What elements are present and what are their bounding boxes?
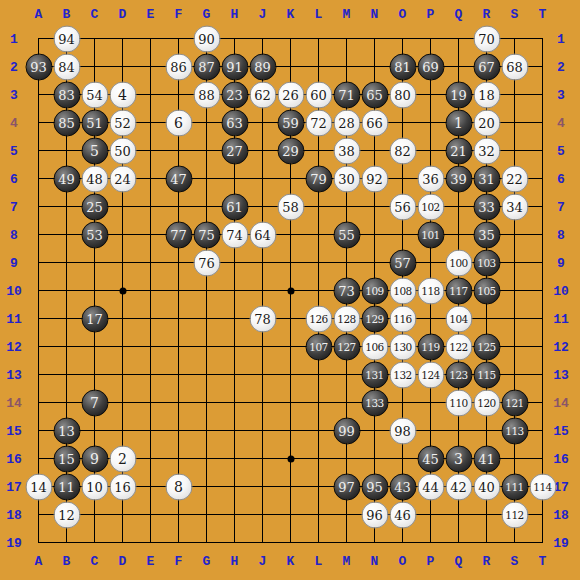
stone-move-number: 103 <box>477 257 496 268</box>
stone-white-132[interactable]: 132 <box>389 361 416 388</box>
stone-white-48[interactable]: 48 <box>81 165 108 192</box>
stone-move-number: 82 <box>394 144 411 157</box>
stone-move-number: 83 <box>58 88 75 101</box>
column-label-bottom-D: D <box>119 554 127 569</box>
stone-black-25[interactable]: 25 <box>81 193 108 220</box>
column-label-top-H: H <box>231 7 239 22</box>
stone-move-number: 94 <box>58 32 75 45</box>
stone-white-44[interactable]: 44 <box>417 473 444 500</box>
stone-black-121[interactable]: 121 <box>501 389 528 416</box>
stone-white-30[interactable]: 30 <box>333 165 360 192</box>
stone-white-100[interactable]: 100 <box>445 249 472 276</box>
stone-move-number: 71 <box>338 88 355 101</box>
stone-black-35[interactable]: 35 <box>473 221 500 248</box>
stone-move-number: 123 <box>449 369 468 380</box>
stone-move-number: 97 <box>338 480 355 493</box>
stone-white-32[interactable]: 32 <box>473 137 500 164</box>
row-label-left-18: 18 <box>6 507 22 522</box>
stone-move-number: 56 <box>394 200 411 213</box>
stone-move-number: 75 <box>198 228 215 241</box>
stone-move-number: 26 <box>282 88 299 101</box>
stone-white-72[interactable]: 72 <box>305 109 332 136</box>
stone-move-number: 113 <box>505 425 524 436</box>
stone-black-129[interactable]: 129 <box>361 305 388 332</box>
stone-white-68[interactable]: 68 <box>501 53 528 80</box>
stone-move-number: 84 <box>58 60 75 73</box>
star-point-K16 <box>287 455 294 462</box>
row-label-right-11: 11 <box>553 311 569 326</box>
stone-white-106[interactable]: 106 <box>361 333 388 360</box>
stone-move-number: 67 <box>478 60 495 73</box>
stone-black-125[interactable]: 125 <box>473 333 500 360</box>
stone-black-53[interactable]: 53 <box>81 221 108 248</box>
stone-move-number: 13 <box>58 424 75 437</box>
stone-black-39[interactable]: 39 <box>445 165 472 192</box>
stone-move-number: 44 <box>422 480 439 493</box>
row-label-right-5: 5 <box>557 143 565 158</box>
stone-white-2[interactable]: 2 <box>109 445 136 472</box>
stone-white-18[interactable]: 18 <box>473 81 500 108</box>
column-label-top-R: R <box>483 7 491 22</box>
row-label-left-14: 14 <box>6 395 22 410</box>
stone-black-49[interactable]: 49 <box>53 165 80 192</box>
stone-move-number: 92 <box>366 172 383 185</box>
stone-move-number: 19 <box>450 88 467 101</box>
row-label-left-15: 15 <box>6 423 22 438</box>
stone-white-40[interactable]: 40 <box>473 473 500 500</box>
stone-move-number: 62 <box>254 88 271 101</box>
stone-move-number: 117 <box>449 285 468 296</box>
column-label-top-C: C <box>91 7 99 22</box>
stone-white-98[interactable]: 98 <box>389 417 416 444</box>
stone-black-91[interactable]: 91 <box>221 53 248 80</box>
row-label-right-1: 1 <box>557 31 565 46</box>
stone-move-number: 30 <box>338 172 355 185</box>
stone-black-43[interactable]: 43 <box>389 473 416 500</box>
stone-move-number: 54 <box>86 88 103 101</box>
row-label-right-4: 4 <box>557 115 565 130</box>
stone-white-50[interactable]: 50 <box>109 137 136 164</box>
stone-move-number: 93 <box>30 60 47 73</box>
stone-black-13[interactable]: 13 <box>53 417 80 444</box>
stone-white-118[interactable]: 118 <box>417 277 444 304</box>
column-label-top-G: G <box>203 7 211 22</box>
stone-white-110[interactable]: 110 <box>445 389 472 416</box>
stone-move-number: 31 <box>478 172 495 185</box>
stone-move-number: 122 <box>449 341 468 352</box>
stone-black-111[interactable]: 111 <box>501 473 528 500</box>
stone-white-112[interactable]: 112 <box>501 501 528 528</box>
stone-move-number: 105 <box>477 285 496 296</box>
stone-move-number: 36 <box>422 172 439 185</box>
stone-move-number: 57 <box>394 256 411 269</box>
stone-white-38[interactable]: 38 <box>333 137 360 164</box>
stone-white-94[interactable]: 94 <box>53 25 80 52</box>
stone-black-57[interactable]: 57 <box>389 249 416 276</box>
stone-move-number: 132 <box>393 369 412 380</box>
stone-white-82[interactable]: 82 <box>389 137 416 164</box>
stone-white-20[interactable]: 20 <box>473 109 500 136</box>
stone-black-31[interactable]: 31 <box>473 165 500 192</box>
stone-move-number: 27 <box>226 144 243 157</box>
stone-move-number: 99 <box>338 424 355 437</box>
stone-white-124[interactable]: 124 <box>417 361 444 388</box>
stone-move-number: 5 <box>90 144 99 158</box>
stone-white-80[interactable]: 80 <box>389 81 416 108</box>
stone-move-number: 4 <box>118 88 127 102</box>
column-label-top-T: T <box>539 7 547 22</box>
stone-move-number: 39 <box>450 172 467 185</box>
stone-move-number: 88 <box>198 88 215 101</box>
column-label-top-K: K <box>287 7 295 22</box>
stone-black-131[interactable]: 131 <box>361 361 388 388</box>
stone-white-54[interactable]: 54 <box>81 81 108 108</box>
stone-black-81[interactable]: 81 <box>389 53 416 80</box>
stone-black-89[interactable]: 89 <box>249 53 276 80</box>
stone-black-103[interactable]: 103 <box>473 249 500 276</box>
stone-black-69[interactable]: 69 <box>417 53 444 80</box>
stone-move-number: 104 <box>449 313 468 324</box>
stone-move-number: 32 <box>478 144 495 157</box>
stone-move-number: 66 <box>366 116 383 129</box>
stone-white-34[interactable]: 34 <box>501 193 528 220</box>
stone-move-number: 102 <box>421 201 440 212</box>
row-label-left-11: 11 <box>6 311 22 326</box>
stone-white-58[interactable]: 58 <box>277 193 304 220</box>
stone-white-6[interactable]: 6 <box>165 109 192 136</box>
column-label-bottom-H: H <box>231 554 239 569</box>
column-label-top-Q: Q <box>455 7 463 22</box>
stone-move-number: 127 <box>337 341 356 352</box>
stone-white-4[interactable]: 4 <box>109 81 136 108</box>
column-label-bottom-B: B <box>63 554 71 569</box>
stone-black-79[interactable]: 79 <box>305 165 332 192</box>
stone-black-85[interactable]: 85 <box>53 109 80 136</box>
stone-move-number: 3 <box>454 452 463 466</box>
row-label-left-7: 7 <box>10 199 18 214</box>
column-label-top-D: D <box>119 7 127 22</box>
stone-black-3[interactable]: 3 <box>445 445 472 472</box>
stone-white-66[interactable]: 66 <box>361 109 388 136</box>
stone-white-60[interactable]: 60 <box>305 81 332 108</box>
stone-black-41[interactable]: 41 <box>473 445 500 472</box>
stone-move-number: 129 <box>365 313 384 324</box>
row-label-left-9: 9 <box>10 255 18 270</box>
stone-black-105[interactable]: 105 <box>473 277 500 304</box>
column-label-bottom-E: E <box>147 554 155 569</box>
row-label-left-8: 8 <box>10 227 18 242</box>
stone-move-number: 133 <box>365 397 384 408</box>
column-label-bottom-N: N <box>371 554 379 569</box>
stone-move-number: 14 <box>30 480 47 493</box>
stone-white-104[interactable]: 104 <box>445 305 472 332</box>
column-label-bottom-L: L <box>315 554 323 569</box>
row-label-left-10: 10 <box>6 283 22 298</box>
stone-black-29[interactable]: 29 <box>277 137 304 164</box>
row-label-left-1: 1 <box>10 31 18 46</box>
stone-move-number: 121 <box>505 397 524 408</box>
stone-white-8[interactable]: 8 <box>165 473 192 500</box>
stone-move-number: 126 <box>309 313 328 324</box>
stone-move-number: 48 <box>86 172 103 185</box>
stone-white-78[interactable]: 78 <box>249 305 276 332</box>
stone-move-number: 53 <box>86 228 103 241</box>
stone-move-number: 15 <box>58 452 75 465</box>
stone-move-number: 21 <box>450 144 467 157</box>
stone-white-36[interactable]: 36 <box>417 165 444 192</box>
stone-black-45[interactable]: 45 <box>417 445 444 472</box>
stone-move-number: 131 <box>365 369 384 380</box>
row-label-left-4: 4 <box>10 115 18 130</box>
column-label-top-L: L <box>315 7 323 22</box>
stone-move-number: 43 <box>394 480 411 493</box>
stone-black-101[interactable]: 101 <box>417 221 444 248</box>
stone-move-number: 85 <box>58 116 75 129</box>
stone-white-116[interactable]: 116 <box>389 305 416 332</box>
stone-move-number: 72 <box>310 116 327 129</box>
stone-black-83[interactable]: 83 <box>53 81 80 108</box>
stone-move-number: 73 <box>338 284 355 297</box>
stone-move-number: 79 <box>310 172 327 185</box>
stone-white-10[interactable]: 10 <box>81 473 108 500</box>
stone-move-number: 45 <box>422 452 439 465</box>
stone-move-number: 33 <box>478 200 495 213</box>
stone-white-70[interactable]: 70 <box>473 25 500 52</box>
stone-black-133[interactable]: 133 <box>361 389 388 416</box>
stone-move-number: 86 <box>170 60 187 73</box>
row-label-right-10: 10 <box>553 283 569 298</box>
row-label-right-19: 19 <box>553 535 569 550</box>
stone-move-number: 52 <box>114 116 131 129</box>
stone-move-number: 70 <box>478 32 495 45</box>
stone-black-99[interactable]: 99 <box>333 417 360 444</box>
stone-black-17[interactable]: 17 <box>81 305 108 332</box>
stone-black-5[interactable]: 5 <box>81 137 108 164</box>
stone-white-74[interactable]: 74 <box>221 221 248 248</box>
stone-white-92[interactable]: 92 <box>361 165 388 192</box>
stone-move-number: 17 <box>86 312 103 325</box>
stone-white-96[interactable]: 96 <box>361 501 388 528</box>
row-label-right-18: 18 <box>553 507 569 522</box>
stone-move-number: 109 <box>365 285 384 296</box>
stone-move-number: 16 <box>114 480 131 493</box>
stone-black-27[interactable]: 27 <box>221 137 248 164</box>
column-label-bottom-S: S <box>511 554 519 569</box>
stone-move-number: 11 <box>58 480 75 493</box>
stone-move-number: 47 <box>170 172 187 185</box>
stone-white-52[interactable]: 52 <box>109 109 136 136</box>
stone-black-65[interactable]: 65 <box>361 81 388 108</box>
row-label-left-17: 17 <box>6 479 22 494</box>
stone-move-number: 100 <box>449 257 468 268</box>
stone-black-113[interactable]: 113 <box>501 417 528 444</box>
stone-black-11[interactable]: 11 <box>53 473 80 500</box>
stone-black-61[interactable]: 61 <box>221 193 248 220</box>
column-label-bottom-J: J <box>259 554 267 569</box>
stone-move-number: 40 <box>478 480 495 493</box>
stone-move-number: 68 <box>506 60 523 73</box>
column-label-top-A: A <box>35 7 43 22</box>
column-label-bottom-F: F <box>175 554 183 569</box>
stone-move-number: 89 <box>254 60 271 73</box>
stone-black-95[interactable]: 95 <box>361 473 388 500</box>
row-label-left-19: 19 <box>6 535 22 550</box>
stone-white-12[interactable]: 12 <box>53 501 80 528</box>
stone-move-number: 76 <box>198 256 215 269</box>
column-label-top-O: O <box>399 7 407 22</box>
stone-white-90[interactable]: 90 <box>193 25 220 52</box>
stone-black-123[interactable]: 123 <box>445 361 472 388</box>
row-label-right-7: 7 <box>557 199 565 214</box>
stone-white-130[interactable]: 130 <box>389 333 416 360</box>
stone-white-84[interactable]: 84 <box>53 53 80 80</box>
stone-white-108[interactable]: 108 <box>389 277 416 304</box>
column-label-top-E: E <box>147 7 155 22</box>
stone-black-15[interactable]: 15 <box>53 445 80 472</box>
stone-white-128[interactable]: 128 <box>333 305 360 332</box>
stone-black-117[interactable]: 117 <box>445 277 472 304</box>
stone-black-73[interactable]: 73 <box>333 277 360 304</box>
column-label-bottom-C: C <box>91 554 99 569</box>
stone-move-number: 112 <box>505 509 524 520</box>
stone-move-number: 65 <box>366 88 383 101</box>
stone-black-119[interactable]: 119 <box>417 333 444 360</box>
stone-black-7[interactable]: 7 <box>81 389 108 416</box>
stone-move-number: 90 <box>198 32 215 45</box>
stone-move-number: 55 <box>338 228 355 241</box>
stone-white-126[interactable]: 126 <box>305 305 332 332</box>
stone-black-115[interactable]: 115 <box>473 361 500 388</box>
stone-move-number: 63 <box>226 116 243 129</box>
stone-move-number: 20 <box>478 116 495 129</box>
stone-white-76[interactable]: 76 <box>193 249 220 276</box>
stone-move-number: 18 <box>478 88 495 101</box>
stone-white-46[interactable]: 46 <box>389 501 416 528</box>
stone-move-number: 23 <box>226 88 243 101</box>
stone-white-102[interactable]: 102 <box>417 193 444 220</box>
stone-move-number: 35 <box>478 228 495 241</box>
stone-black-9[interactable]: 9 <box>81 445 108 472</box>
stone-black-33[interactable]: 33 <box>473 193 500 220</box>
stone-move-number: 51 <box>86 116 103 129</box>
stone-black-97[interactable]: 97 <box>333 473 360 500</box>
row-label-left-16: 16 <box>6 451 22 466</box>
column-label-bottom-O: O <box>399 554 407 569</box>
stone-move-number: 74 <box>226 228 243 241</box>
stone-move-number: 77 <box>170 228 187 241</box>
stone-black-77[interactable]: 77 <box>165 221 192 248</box>
stone-white-114[interactable]: 114 <box>529 473 556 500</box>
stone-white-22[interactable]: 22 <box>501 165 528 192</box>
stone-move-number: 60 <box>310 88 327 101</box>
row-label-right-9: 9 <box>557 255 565 270</box>
stone-move-number: 69 <box>422 60 439 73</box>
stone-black-19[interactable]: 19 <box>445 81 472 108</box>
row-label-left-13: 13 <box>6 367 22 382</box>
stone-white-62[interactable]: 62 <box>249 81 276 108</box>
row-label-left-3: 3 <box>10 87 18 102</box>
stone-white-16[interactable]: 16 <box>109 473 136 500</box>
stone-white-88[interactable]: 88 <box>193 81 220 108</box>
row-label-right-6: 6 <box>557 171 565 186</box>
column-label-top-N: N <box>371 7 379 22</box>
column-label-top-B: B <box>63 7 71 22</box>
stone-black-71[interactable]: 71 <box>333 81 360 108</box>
stone-white-24[interactable]: 24 <box>109 165 136 192</box>
stone-move-number: 96 <box>366 508 383 521</box>
row-label-right-3: 3 <box>557 87 565 102</box>
stone-move-number: 34 <box>506 200 523 213</box>
stone-move-number: 64 <box>254 228 271 241</box>
stone-move-number: 116 <box>393 313 412 324</box>
stone-move-number: 98 <box>394 424 411 437</box>
stone-move-number: 118 <box>421 285 440 296</box>
stone-white-64[interactable]: 64 <box>249 221 276 248</box>
stone-move-number: 115 <box>477 369 496 380</box>
stone-white-42[interactable]: 42 <box>445 473 472 500</box>
column-label-bottom-A: A <box>35 554 43 569</box>
stone-black-47[interactable]: 47 <box>165 165 192 192</box>
stone-white-26[interactable]: 26 <box>277 81 304 108</box>
go-board[interactable]: AABBCCDDEEFFGGHHJJKKLLMMNNOOPPQQRRSSTT11… <box>0 0 580 580</box>
stone-move-number: 9 <box>90 452 99 466</box>
stone-move-number: 38 <box>338 144 355 157</box>
stone-move-number: 12 <box>58 508 75 521</box>
stone-move-number: 6 <box>174 116 183 130</box>
stone-move-number: 78 <box>254 312 271 325</box>
stone-black-109[interactable]: 109 <box>361 277 388 304</box>
stone-black-59[interactable]: 59 <box>277 109 304 136</box>
stone-black-93[interactable]: 93 <box>25 53 52 80</box>
stone-black-107[interactable]: 107 <box>305 333 332 360</box>
stone-black-63[interactable]: 63 <box>221 109 248 136</box>
stone-white-56[interactable]: 56 <box>389 193 416 220</box>
stone-black-21[interactable]: 21 <box>445 137 472 164</box>
stone-black-23[interactable]: 23 <box>221 81 248 108</box>
stone-black-55[interactable]: 55 <box>333 221 360 248</box>
row-label-right-13: 13 <box>553 367 569 382</box>
column-label-top-J: J <box>259 7 267 22</box>
stone-move-number: 81 <box>394 60 411 73</box>
row-label-left-2: 2 <box>10 59 18 74</box>
row-label-right-12: 12 <box>553 339 569 354</box>
stone-move-number: 91 <box>226 60 243 73</box>
row-label-left-6: 6 <box>10 171 18 186</box>
stone-move-number: 25 <box>86 200 103 213</box>
stone-move-number: 87 <box>198 60 215 73</box>
column-label-bottom-T: T <box>539 554 547 569</box>
stone-black-67[interactable]: 67 <box>473 53 500 80</box>
stone-white-86[interactable]: 86 <box>165 53 192 80</box>
stone-move-number: 130 <box>393 341 412 352</box>
stone-move-number: 50 <box>114 144 131 157</box>
stone-move-number: 107 <box>309 341 328 352</box>
stone-black-127[interactable]: 127 <box>333 333 360 360</box>
stone-move-number: 8 <box>174 480 183 494</box>
stone-black-1[interactable]: 1 <box>445 109 472 136</box>
stone-white-28[interactable]: 28 <box>333 109 360 136</box>
stone-move-number: 1 <box>454 116 463 130</box>
stone-move-number: 119 <box>421 341 440 352</box>
stone-move-number: 28 <box>338 116 355 129</box>
stone-white-122[interactable]: 122 <box>445 333 472 360</box>
stone-black-51[interactable]: 51 <box>81 109 108 136</box>
stone-move-number: 24 <box>114 172 131 185</box>
stone-black-75[interactable]: 75 <box>193 221 220 248</box>
stone-black-87[interactable]: 87 <box>193 53 220 80</box>
stone-white-14[interactable]: 14 <box>25 473 52 500</box>
stone-white-120[interactable]: 120 <box>473 389 500 416</box>
